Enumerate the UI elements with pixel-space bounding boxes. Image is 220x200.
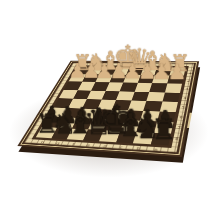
square-a2: ♟ xyxy=(167,75,184,84)
file-label-c: c xyxy=(119,145,124,151)
black-king: ♚ xyxy=(99,100,116,141)
black-rook: ♜ xyxy=(150,116,168,144)
file-label-a: a xyxy=(153,147,158,153)
white-pawn: ♟ xyxy=(95,61,109,82)
file-label-d: d xyxy=(102,144,108,150)
square-b3 xyxy=(149,83,167,92)
board-grid: ♜♞♝♚♛♝♞♜♟♟♟♟♟♟♟♟♟♟♟♟♟♟♟♟♜♞♝♛♚♝♞♜ xyxy=(36,67,186,146)
square-a3 xyxy=(165,84,183,93)
black-rook: ♜ xyxy=(35,111,52,137)
white-pawn: ♟ xyxy=(109,61,124,82)
rank-label-4: 4 xyxy=(182,96,189,100)
rank-label-6: 6 xyxy=(178,115,185,119)
black-bishop: ♝ xyxy=(66,108,83,139)
white-pawn: ♟ xyxy=(137,61,152,82)
product-photo: hgfedcba 12345678 ♜♞♝♚♛♝♞♜♟♟♟♟♟♟♟♟♟♟♟♟♟♟… xyxy=(0,0,220,200)
square-a8: ♜ xyxy=(150,133,171,146)
chess-board: hgfedcba 12345678 ♜♞♝♚♛♝♞♜♟♟♟♟♟♟♟♟♟♟♟♟♟♟… xyxy=(17,61,199,157)
rank-label-7: 7 xyxy=(175,125,183,130)
white-pawn: ♟ xyxy=(152,62,167,83)
black-bishop: ♝ xyxy=(116,110,134,142)
square-e3 xyxy=(105,82,123,91)
rank-label-5: 5 xyxy=(180,105,187,109)
decorative-border-band: hgfedcba 12345678 ♜♞♝♚♛♝♞♜♟♟♟♟♟♟♟♟♟♟♟♟♟♟… xyxy=(25,63,194,152)
black-knight: ♞ xyxy=(133,113,151,143)
white-pawn: ♟ xyxy=(68,61,82,81)
white-pawn: ♟ xyxy=(123,61,138,82)
black-knight: ♞ xyxy=(51,110,68,138)
file-label-b: b xyxy=(136,146,141,152)
white-pawn: ♟ xyxy=(167,62,182,84)
black-queen: ♛ xyxy=(82,104,99,140)
inner-frame: ♜♞♝♚♛♝♞♜♟♟♟♟♟♟♟♟♟♟♟♟♟♟♟♟♜♞♝♛♚♝♞♜ xyxy=(32,65,189,148)
white-pawn: ♟ xyxy=(82,61,96,81)
